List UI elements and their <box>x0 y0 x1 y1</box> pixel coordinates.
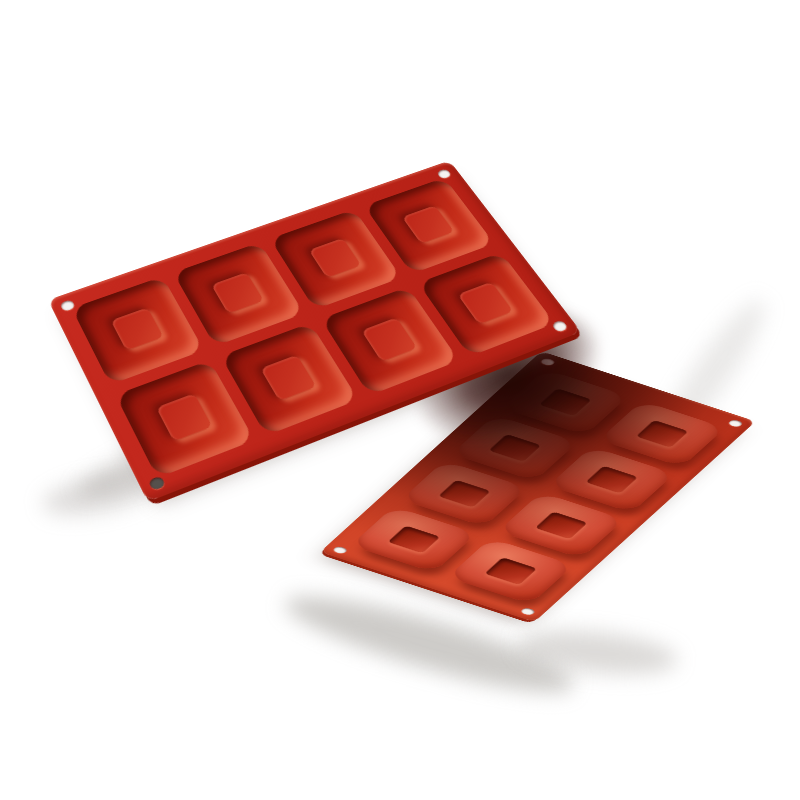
product-photo-scene <box>0 0 800 800</box>
